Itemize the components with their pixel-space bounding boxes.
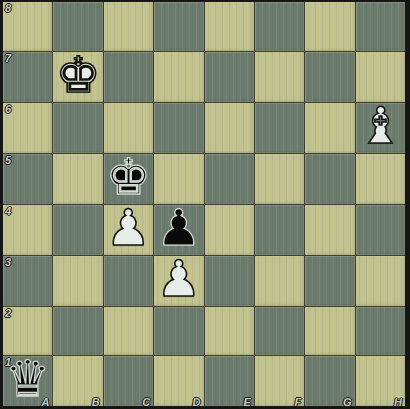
square-g4[interactable] <box>305 205 354 255</box>
rank-label-2: 2 <box>5 307 11 319</box>
square-a1[interactable]: 1A♛ <box>3 356 52 406</box>
square-d5[interactable] <box>154 154 203 204</box>
square-a8[interactable]: 8 <box>3 2 52 51</box>
square-b3[interactable] <box>53 256 102 306</box>
chess-board: 87♚6♝5♚4♟♟3♟21A♛BCDEFGH <box>3 2 405 406</box>
black-pawn[interactable]: ♟ <box>156 203 201 253</box>
white-bishop[interactable]: ♝ <box>358 101 403 151</box>
square-b2[interactable] <box>53 307 102 356</box>
square-h5[interactable] <box>356 154 405 204</box>
square-a4[interactable]: 4 <box>3 205 52 255</box>
square-g6[interactable] <box>305 103 354 153</box>
square-b7[interactable]: ♚ <box>53 52 102 102</box>
square-b5[interactable] <box>53 154 102 204</box>
black-king[interactable]: ♚ <box>106 152 151 202</box>
rank-label-6: 6 <box>5 103 11 115</box>
square-e5[interactable] <box>205 154 254 204</box>
square-d1[interactable]: D <box>154 356 203 406</box>
rank-label-5: 5 <box>5 154 11 166</box>
square-a2[interactable]: 2 <box>3 307 52 356</box>
square-b4[interactable] <box>53 205 102 255</box>
square-g2[interactable] <box>305 307 354 356</box>
square-c6[interactable] <box>104 103 153 153</box>
square-f6[interactable] <box>255 103 304 153</box>
file-label-c: C <box>142 396 150 408</box>
white-pawn[interactable]: ♟ <box>156 254 201 304</box>
square-b6[interactable] <box>53 103 102 153</box>
square-h3[interactable] <box>356 256 405 306</box>
file-label-d: D <box>193 396 201 408</box>
square-e6[interactable] <box>205 103 254 153</box>
square-a5[interactable]: 5 <box>3 154 52 204</box>
square-c3[interactable] <box>104 256 153 306</box>
square-f5[interactable] <box>255 154 304 204</box>
square-h1[interactable]: H <box>356 356 405 406</box>
square-f3[interactable] <box>255 256 304 306</box>
square-h7[interactable] <box>356 52 405 102</box>
white-king[interactable]: ♚ <box>56 50 101 100</box>
file-label-b: B <box>92 396 100 408</box>
rank-label-3: 3 <box>5 256 11 268</box>
file-label-h: H <box>394 396 402 408</box>
square-h4[interactable] <box>356 205 405 255</box>
square-h8[interactable] <box>356 2 405 51</box>
square-h2[interactable] <box>356 307 405 356</box>
square-d3[interactable]: ♟ <box>154 256 203 306</box>
square-a7[interactable]: 7 <box>3 52 52 102</box>
square-d8[interactable] <box>154 2 203 51</box>
square-g5[interactable] <box>305 154 354 204</box>
file-label-g: G <box>343 396 352 408</box>
square-f1[interactable]: F <box>255 356 304 406</box>
rank-label-7: 7 <box>5 52 11 64</box>
square-e1[interactable]: E <box>205 356 254 406</box>
black-queen[interactable]: ♛ <box>5 354 50 404</box>
square-e3[interactable] <box>205 256 254 306</box>
square-g8[interactable] <box>305 2 354 51</box>
rank-label-8: 8 <box>5 2 11 14</box>
square-c4[interactable]: ♟ <box>104 205 153 255</box>
chess-board-frame: 87♚6♝5♚4♟♟3♟21A♛BCDEFGH <box>0 0 410 409</box>
square-e4[interactable] <box>205 205 254 255</box>
file-label-f: F <box>295 396 302 408</box>
square-f4[interactable] <box>255 205 304 255</box>
square-d2[interactable] <box>154 307 203 356</box>
square-c1[interactable]: C <box>104 356 153 406</box>
square-d7[interactable] <box>154 52 203 102</box>
square-f7[interactable] <box>255 52 304 102</box>
square-h6[interactable]: ♝ <box>356 103 405 153</box>
file-label-e: E <box>244 396 251 408</box>
square-b1[interactable]: B <box>53 356 102 406</box>
square-a6[interactable]: 6 <box>3 103 52 153</box>
square-f8[interactable] <box>255 2 304 51</box>
white-pawn[interactable]: ♟ <box>106 203 151 253</box>
square-c7[interactable] <box>104 52 153 102</box>
square-f2[interactable] <box>255 307 304 356</box>
square-g3[interactable] <box>305 256 354 306</box>
square-e8[interactable] <box>205 2 254 51</box>
square-d4[interactable]: ♟ <box>154 205 203 255</box>
rank-label-4: 4 <box>5 205 11 217</box>
square-a3[interactable]: 3 <box>3 256 52 306</box>
square-c8[interactable] <box>104 2 153 51</box>
square-g7[interactable] <box>305 52 354 102</box>
square-d6[interactable] <box>154 103 203 153</box>
square-c2[interactable] <box>104 307 153 356</box>
square-g1[interactable]: G <box>305 356 354 406</box>
square-c5[interactable]: ♚ <box>104 154 153 204</box>
square-b8[interactable] <box>53 2 102 51</box>
square-e2[interactable] <box>205 307 254 356</box>
square-e7[interactable] <box>205 52 254 102</box>
